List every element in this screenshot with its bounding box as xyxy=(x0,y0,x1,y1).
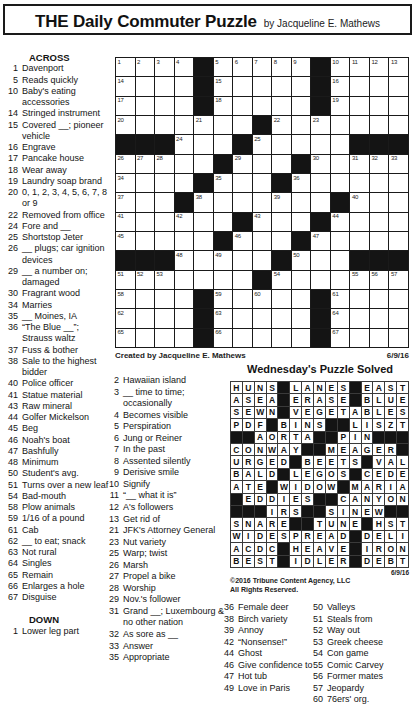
solution-cell: A xyxy=(362,481,373,492)
puzzle-cell[interactable] xyxy=(194,213,213,231)
clue-text: Raw mineral xyxy=(22,401,110,412)
puzzle-cell[interactable]: 37 xyxy=(116,193,135,211)
solution-cell: E xyxy=(267,531,278,542)
clue-number: 5 xyxy=(3,75,18,86)
solution-cell: I xyxy=(290,481,301,492)
clue-number: 50 xyxy=(3,468,18,479)
puzzle-cell[interactable]: 45 xyxy=(116,232,135,250)
puzzle-cell[interactable] xyxy=(370,77,389,95)
puzzle-cell[interactable] xyxy=(331,232,350,250)
puzzle-cell[interactable]: 26 xyxy=(116,155,135,173)
puzzle-cell[interactable] xyxy=(253,174,272,192)
solution-cell: A xyxy=(397,481,408,492)
puzzle-cell[interactable] xyxy=(175,77,194,95)
puzzle-cell[interactable] xyxy=(253,329,272,347)
puzzle-cell[interactable] xyxy=(350,290,369,308)
puzzle-cell[interactable]: 13 xyxy=(389,58,408,76)
clue-across-19: 19Laundry soap brand xyxy=(3,176,110,187)
solution-cell: O xyxy=(326,469,337,480)
puzzle-cell[interactable] xyxy=(194,155,213,173)
puzzle-cell[interactable]: 23 xyxy=(311,116,330,134)
black-cell xyxy=(338,481,349,492)
clue-number: 10 xyxy=(105,479,119,491)
solution-cell: I xyxy=(362,543,373,554)
black-cell xyxy=(292,155,311,173)
black-cell xyxy=(311,329,330,347)
puzzle-cell[interactable]: 40 xyxy=(350,193,369,211)
solution-cell: B xyxy=(385,556,396,567)
puzzle-cell[interactable] xyxy=(136,97,155,115)
puzzle-cell[interactable] xyxy=(175,97,194,115)
puzzle-cell[interactable] xyxy=(155,97,174,115)
puzzle-cell[interactable] xyxy=(253,155,272,173)
puzzle-cell[interactable]: 49 xyxy=(214,251,233,269)
puzzle-cell[interactable] xyxy=(272,213,291,231)
puzzle-cell[interactable] xyxy=(311,251,330,269)
puzzle-cell[interactable] xyxy=(370,329,389,347)
puzzle-cell[interactable] xyxy=(311,271,330,289)
clue-across-62: 62__ to eat; snack xyxy=(3,536,110,547)
clue-number: 38 xyxy=(3,356,18,379)
puzzle-cell[interactable] xyxy=(136,329,155,347)
clue-text: Bashfully xyxy=(22,446,110,457)
puzzle-cell[interactable] xyxy=(253,97,272,115)
puzzle-cell[interactable]: 47 xyxy=(311,232,330,250)
clue-text: Propel a bike xyxy=(123,571,227,583)
clue-across-40: 40Police officer xyxy=(3,378,110,389)
puzzle-cell[interactable]: 57 xyxy=(389,271,408,289)
puzzle-cell[interactable]: 41 xyxy=(116,213,135,231)
puzzle-cell[interactable] xyxy=(350,213,369,231)
puzzle-cell[interactable]: 27 xyxy=(136,155,155,173)
created-by-line: Created by Jacqueline E. Mathews 6/9/16 xyxy=(115,351,409,360)
clue-text: Way out xyxy=(327,625,414,637)
solution-cell: I xyxy=(385,481,396,492)
solution-cell: O xyxy=(314,481,325,492)
solution-cell: D xyxy=(338,531,349,542)
puzzle-cell[interactable] xyxy=(311,174,330,192)
puzzle-cell[interactable] xyxy=(389,116,408,134)
puzzle-cell[interactable]: 2 xyxy=(136,58,155,76)
puzzle-cell[interactable] xyxy=(233,271,252,289)
puzzle-cell[interactable] xyxy=(350,329,369,347)
puzzle-cell[interactable] xyxy=(253,232,272,250)
puzzle-cell[interactable] xyxy=(175,155,194,173)
clue-down-21: 21JFK's Attorney General xyxy=(105,525,227,537)
puzzle-cell[interactable] xyxy=(155,329,174,347)
puzzle-cell[interactable] xyxy=(272,77,291,95)
puzzle-cell[interactable]: 44 xyxy=(331,213,350,231)
puzzle-cell[interactable] xyxy=(272,155,291,173)
puzzle-cell[interactable] xyxy=(253,309,272,327)
clue-down-6: 6Jung or Reiner xyxy=(105,433,227,445)
puzzle-cell[interactable] xyxy=(292,329,311,347)
puzzle-cell[interactable] xyxy=(194,135,213,153)
puzzle-cell[interactable]: 3 xyxy=(155,58,174,76)
puzzle-cell[interactable]: 17 xyxy=(116,97,135,115)
black-cell xyxy=(370,251,389,269)
clue-down-1: 1Lower leg part xyxy=(3,626,110,637)
solution-cell: E xyxy=(243,556,254,567)
puzzle-cell[interactable] xyxy=(350,97,369,115)
puzzle-cell[interactable]: 36 xyxy=(292,174,311,192)
puzzle-cell[interactable] xyxy=(233,97,252,115)
puzzle-cell[interactable] xyxy=(155,290,174,308)
puzzle-cell[interactable] xyxy=(292,97,311,115)
puzzle-cell[interactable] xyxy=(136,232,155,250)
cell-number: 67 xyxy=(332,329,338,336)
cell-number: 32 xyxy=(371,155,377,162)
puzzle-cell[interactable]: 63 xyxy=(214,309,233,327)
clue-number: 65 xyxy=(3,570,18,581)
solution-cell: N xyxy=(338,518,349,529)
puzzle-cell[interactable]: 31 xyxy=(350,155,369,173)
solution-cell: D xyxy=(243,419,254,430)
puzzle-cell[interactable]: 28 xyxy=(155,155,174,173)
solution-cell: I xyxy=(350,432,361,443)
puzzle-cell[interactable]: 6 xyxy=(233,58,252,76)
solution-cell: I xyxy=(397,531,408,542)
puzzle-cell[interactable] xyxy=(389,232,408,250)
puzzle-cell[interactable]: 8 xyxy=(272,58,291,76)
puzzle-cell[interactable]: 18 xyxy=(214,97,233,115)
puzzle-cell[interactable] xyxy=(292,193,311,211)
black-cell xyxy=(373,432,384,443)
solution-cell: S xyxy=(290,506,301,517)
solution-cell: N xyxy=(255,444,266,455)
clue-number: 51 xyxy=(310,614,323,626)
clue-down-27: 27Propel a bike xyxy=(105,571,227,583)
cell-number: 13 xyxy=(391,59,397,66)
puzzle-cell[interactable] xyxy=(272,290,291,308)
puzzle-cell[interactable] xyxy=(331,116,350,134)
cell-number: 12 xyxy=(371,59,377,66)
puzzle-cell[interactable]: 60 xyxy=(253,290,272,308)
clue-down-39: 39Annoy xyxy=(224,625,314,637)
puzzle-cell[interactable] xyxy=(194,232,213,250)
clue-number: 47 xyxy=(3,446,18,457)
puzzle-cell[interactable]: 46 xyxy=(233,232,252,250)
puzzle-cell[interactable]: 19 xyxy=(331,97,350,115)
puzzle-cell[interactable] xyxy=(155,174,174,192)
puzzle-cell[interactable]: 66 xyxy=(214,329,233,347)
clue-number: 52 xyxy=(310,625,323,637)
puzzle-cell[interactable]: 22 xyxy=(272,116,291,134)
clue-number: 32 xyxy=(105,629,119,641)
puzzle-cell[interactable]: 24 xyxy=(175,135,194,153)
puzzle-cell[interactable] xyxy=(233,193,252,211)
puzzle-cell[interactable] xyxy=(155,193,174,211)
puzzle-cell[interactable]: 32 xyxy=(370,155,389,173)
puzzle-cell[interactable] xyxy=(175,232,194,250)
puzzle-cell[interactable] xyxy=(155,309,174,327)
clue-down-12: 12A's followers xyxy=(105,502,227,514)
clue-down-49: 49Love in Paris xyxy=(224,683,314,695)
puzzle-cell[interactable] xyxy=(370,193,389,211)
puzzle-cell[interactable]: 21 xyxy=(194,116,213,134)
cell-number: 50 xyxy=(293,252,299,259)
black-cell xyxy=(397,444,408,455)
cell-number: 18 xyxy=(215,97,221,104)
puzzle-cell[interactable]: 59 xyxy=(214,290,233,308)
puzzle-cell[interactable] xyxy=(331,155,350,173)
puzzle-cell[interactable]: 7 xyxy=(253,58,272,76)
solution-cell: S xyxy=(243,394,254,405)
black-cell xyxy=(311,213,330,231)
puzzle-cell[interactable] xyxy=(370,97,389,115)
puzzle-cell[interactable] xyxy=(233,77,252,95)
clue-text: __ plugs; car ignition devices xyxy=(22,243,110,266)
puzzle-cell[interactable] xyxy=(292,135,311,153)
solution-cell: E xyxy=(314,456,325,467)
solution-cell: A xyxy=(385,456,396,467)
puzzle-cell[interactable]: 20 xyxy=(116,116,135,134)
puzzle-cell[interactable] xyxy=(389,97,408,115)
puzzle-cell[interactable] xyxy=(370,290,389,308)
solution-cell: I xyxy=(290,556,301,567)
puzzle-cell[interactable] xyxy=(331,174,350,192)
puzzle-cell[interactable]: 52 xyxy=(136,271,155,289)
puzzle-cell[interactable]: 56 xyxy=(370,271,389,289)
puzzle-cell[interactable] xyxy=(214,135,233,153)
cell-number: 26 xyxy=(118,155,124,162)
puzzle-cell[interactable]: 34 xyxy=(116,174,135,192)
puzzle-cell[interactable]: 42 xyxy=(175,213,194,231)
across-header: ACROSS xyxy=(29,52,110,63)
solution-cell: L xyxy=(290,382,301,393)
puzzle-cell[interactable] xyxy=(370,174,389,192)
puzzle-cell[interactable] xyxy=(389,213,408,231)
black-cell xyxy=(194,329,213,347)
puzzle-cell[interactable] xyxy=(194,251,213,269)
puzzle-cell[interactable] xyxy=(292,213,311,231)
puzzle-cell[interactable] xyxy=(389,193,408,211)
puzzle-cell[interactable]: 64 xyxy=(331,309,350,327)
clue-text: Baby's eating accessories xyxy=(22,86,110,109)
solution-cell: W xyxy=(278,481,289,492)
clue-down-51: 51Steals from xyxy=(310,614,414,626)
puzzle-cell[interactable] xyxy=(233,290,252,308)
puzzle-cell[interactable] xyxy=(350,232,369,250)
puzzle-cell[interactable]: 33 xyxy=(389,155,408,173)
puzzle-cell[interactable]: 4 xyxy=(175,58,194,76)
puzzle-cell[interactable] xyxy=(292,290,311,308)
puzzle-cell[interactable] xyxy=(136,174,155,192)
clue-text: Marries xyxy=(22,300,110,311)
puzzle-cell[interactable]: 50 xyxy=(292,251,311,269)
solution-cell: A xyxy=(255,432,266,443)
puzzle-cell[interactable] xyxy=(272,97,291,115)
puzzle-cell[interactable] xyxy=(136,213,155,231)
solution-cell: L xyxy=(290,469,301,480)
clue-across-47: 47Bashfully xyxy=(3,446,110,457)
clue-text: Golfer Mickelson xyxy=(22,412,110,423)
clue-across-16: 16Engrave xyxy=(3,142,110,153)
clue-across-59: 591/16 of a pound xyxy=(3,513,110,524)
puzzle-cell[interactable]: 10 xyxy=(331,58,350,76)
puzzle-cell[interactable] xyxy=(253,251,272,269)
puzzle-cell[interactable] xyxy=(292,309,311,327)
puzzle-cell[interactable] xyxy=(292,271,311,289)
puzzle-cell[interactable] xyxy=(272,232,291,250)
puzzle-cell[interactable] xyxy=(272,309,291,327)
puzzle-cell[interactable] xyxy=(175,174,194,192)
solution-cell: A xyxy=(302,382,313,393)
puzzle-cell[interactable] xyxy=(389,290,408,308)
clue-number: 36 xyxy=(3,322,18,345)
black-cell xyxy=(290,456,301,467)
puzzle-cell[interactable] xyxy=(155,213,174,231)
puzzle-cell[interactable] xyxy=(311,193,330,211)
clue-text: Student's avg. xyxy=(22,468,110,479)
clue-number: 28 xyxy=(105,583,119,595)
puzzle-cell[interactable]: 15 xyxy=(214,77,233,95)
puzzle-cell[interactable] xyxy=(272,329,291,347)
puzzle-cell[interactable]: 11 xyxy=(350,58,369,76)
puzzle-cell[interactable] xyxy=(233,174,252,192)
puzzle-cell[interactable]: 30 xyxy=(311,155,330,173)
puzzle-cell[interactable] xyxy=(136,290,155,308)
puzzle-cell[interactable] xyxy=(175,329,194,347)
puzzle-cell[interactable] xyxy=(253,77,272,95)
puzzle-cell[interactable] xyxy=(214,116,233,134)
puzzle-cell[interactable]: 39 xyxy=(272,193,291,211)
solution-cell: H xyxy=(373,518,384,529)
cell-number: 48 xyxy=(176,252,182,259)
puzzle-cell[interactable]: 65 xyxy=(116,329,135,347)
puzzle-cell[interactable] xyxy=(175,271,194,289)
puzzle-cell[interactable] xyxy=(214,193,233,211)
puzzle-cell[interactable]: 62 xyxy=(116,309,135,327)
puzzle-cell[interactable] xyxy=(175,309,194,327)
puzzle-cell[interactable] xyxy=(370,232,389,250)
puzzle-cell[interactable] xyxy=(233,116,252,134)
puzzle-cell[interactable] xyxy=(233,309,252,327)
cell-number: 38 xyxy=(196,194,202,201)
puzzle-cell[interactable]: 54 xyxy=(272,271,291,289)
puzzle-cell[interactable]: 61 xyxy=(331,290,350,308)
puzzle-cell[interactable] xyxy=(389,77,408,95)
puzzle-cell[interactable] xyxy=(350,77,369,95)
puzzle-cell[interactable] xyxy=(292,77,311,95)
puzzle-cell[interactable] xyxy=(155,116,174,134)
puzzle-cell[interactable]: 9 xyxy=(292,58,311,76)
clue-text: “__ what it is” xyxy=(123,490,227,502)
solution-cell: O xyxy=(267,432,278,443)
puzzle-cell[interactable]: 16 xyxy=(331,77,350,95)
solution-cell: E xyxy=(255,394,266,405)
puzzle-cell[interactable] xyxy=(155,77,174,95)
clue-text: Turns over a new leaf xyxy=(22,480,110,491)
clue-down-13: 13Get rid of xyxy=(105,514,227,526)
puzzle-cell[interactable] xyxy=(233,329,252,347)
cell-number: 6 xyxy=(235,59,238,66)
puzzle-cell[interactable] xyxy=(389,329,408,347)
black-cell xyxy=(350,394,361,405)
clue-down-2: 2Hawaiian island xyxy=(105,375,227,387)
puzzle-cell[interactable] xyxy=(389,309,408,327)
puzzle-cell[interactable] xyxy=(350,116,369,134)
puzzle-cell[interactable] xyxy=(311,135,330,153)
clue-across-45: 45Beg xyxy=(3,423,110,434)
puzzle-cell[interactable]: 12 xyxy=(370,58,389,76)
down-clue-list-start: 1Lower leg part xyxy=(3,626,110,637)
puzzle-cell[interactable] xyxy=(155,232,174,250)
puzzle-cell[interactable] xyxy=(253,193,272,211)
clue-number: 50 xyxy=(310,602,323,614)
black-cell xyxy=(233,213,252,231)
puzzle-cell[interactable] xyxy=(350,174,369,192)
puzzle-cell[interactable]: 35 xyxy=(214,174,233,192)
puzzle-cell[interactable] xyxy=(331,271,350,289)
puzzle-cell[interactable]: 25 xyxy=(253,135,272,153)
puzzle-cell[interactable] xyxy=(370,116,389,134)
black-cell xyxy=(136,135,155,153)
solution-cell: V xyxy=(290,407,301,418)
puzzle-cell[interactable]: 55 xyxy=(350,271,369,289)
puzzle-cell[interactable]: 67 xyxy=(331,329,350,347)
puzzle-cell[interactable] xyxy=(389,174,408,192)
puzzle-cell[interactable]: 48 xyxy=(175,251,194,269)
puzzle-cell[interactable] xyxy=(175,290,194,308)
clue-text: Becomes visible xyxy=(123,410,227,422)
solution-cell: R xyxy=(338,556,349,567)
cell-number: 33 xyxy=(391,155,397,162)
puzzle-cell[interactable] xyxy=(331,135,350,153)
clue-across-30: 30Fragrant wood xyxy=(3,288,110,299)
clue-down-50: 50Valleys xyxy=(310,602,414,614)
puzzle-cell[interactable] xyxy=(214,213,233,231)
puzzle-cell[interactable] xyxy=(350,309,369,327)
black-cell xyxy=(155,135,174,153)
clue-number: 44 xyxy=(224,648,234,660)
puzzle-cell[interactable]: 51 xyxy=(116,271,135,289)
puzzle-cell[interactable]: 5 xyxy=(214,58,233,76)
puzzle-cell[interactable] xyxy=(370,309,389,327)
puzzle-cell[interactable]: 29 xyxy=(233,155,252,173)
puzzle-cell[interactable]: 43 xyxy=(253,213,272,231)
cell-number: 40 xyxy=(352,194,358,201)
puzzle-cell[interactable]: 14 xyxy=(116,77,135,95)
puzzle-cell[interactable] xyxy=(175,116,194,134)
clue-down-57: 57Jeopardy xyxy=(310,683,414,695)
clue-number: 46 xyxy=(3,435,18,446)
puzzle-cell[interactable] xyxy=(194,271,213,289)
clue-number: 5 xyxy=(105,421,119,433)
puzzle-cell[interactable]: 53 xyxy=(155,271,174,289)
puzzle-cell[interactable]: 1 xyxy=(116,58,135,76)
cell-number: 3 xyxy=(157,59,160,66)
clue-number: 54 xyxy=(310,648,323,660)
black-cell xyxy=(243,432,254,443)
puzzle-cell[interactable] xyxy=(136,193,155,211)
puzzle-cell[interactable] xyxy=(272,135,291,153)
puzzle-cell[interactable] xyxy=(370,213,389,231)
solution-cell: T xyxy=(397,382,408,393)
puzzle-cell[interactable] xyxy=(136,116,155,134)
puzzle-cell[interactable] xyxy=(292,116,311,134)
puzzle-cell[interactable]: 58 xyxy=(116,290,135,308)
solution-cell: S xyxy=(255,556,266,567)
puzzle-cell[interactable] xyxy=(136,309,155,327)
puzzle-cell[interactable] xyxy=(214,271,233,289)
solution-cell: P xyxy=(338,432,349,443)
puzzle-cell[interactable]: 38 xyxy=(194,193,213,211)
puzzle-cell[interactable] xyxy=(136,77,155,95)
clue-text: Derisive smile xyxy=(123,467,227,479)
puzzle-cell[interactable] xyxy=(331,251,350,269)
puzzle-cell[interactable] xyxy=(233,251,252,269)
